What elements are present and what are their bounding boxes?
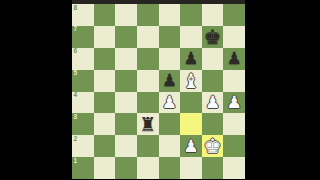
square-b2[interactable] [94, 135, 116, 157]
square-c4[interactable] [115, 92, 137, 114]
square-a6[interactable]: 6 [72, 48, 94, 70]
square-a3[interactable]: 3 [72, 113, 94, 135]
white-pawn-piece[interactable]: ♟ [227, 93, 242, 110]
square-h7[interactable] [223, 26, 245, 48]
square-g1[interactable] [202, 157, 224, 179]
square-e1[interactable] [159, 157, 181, 179]
square-a2[interactable]: 2 [72, 135, 94, 157]
square-e5[interactable]: ♟ [159, 70, 181, 92]
square-a1[interactable]: 1 [72, 157, 94, 179]
black-king-piece[interactable]: ♚ [204, 26, 222, 46]
square-g3[interactable] [202, 113, 224, 135]
square-h5[interactable] [223, 70, 245, 92]
black-rook-piece[interactable]: ♜ [139, 114, 156, 133]
video-frame: 87♚6♟♟5♟♝4♟♟♟3♜2♟♚1 [0, 0, 320, 180]
square-f2[interactable]: ♟ [180, 135, 202, 157]
rank-label-2: 2 [74, 136, 78, 143]
square-g4[interactable]: ♟ [202, 92, 224, 114]
rank-label-7: 7 [74, 26, 78, 33]
square-e4[interactable]: ♟ [159, 92, 181, 114]
white-pawn-piece[interactable]: ♟ [183, 137, 198, 154]
square-h3[interactable] [223, 113, 245, 135]
rank-label-8: 8 [74, 5, 78, 12]
square-b8[interactable] [94, 4, 116, 26]
chess-board: 87♚6♟♟5♟♝4♟♟♟3♜2♟♚1 [72, 4, 245, 179]
square-c2[interactable] [115, 135, 137, 157]
square-g8[interactable] [202, 4, 224, 26]
square-d7[interactable] [137, 26, 159, 48]
square-a5[interactable]: 5 [72, 70, 94, 92]
square-b3[interactable] [94, 113, 116, 135]
square-f5[interactable]: ♝ [180, 70, 202, 92]
rank-label-1: 1 [74, 158, 78, 165]
square-b6[interactable] [94, 48, 116, 70]
square-g7[interactable]: ♚ [202, 26, 224, 48]
square-f8[interactable] [180, 4, 202, 26]
square-d2[interactable] [137, 135, 159, 157]
square-c8[interactable] [115, 4, 137, 26]
square-e8[interactable] [159, 4, 181, 26]
square-e7[interactable] [159, 26, 181, 48]
square-b7[interactable] [94, 26, 116, 48]
square-d3[interactable]: ♜ [137, 113, 159, 135]
square-h2[interactable] [223, 135, 245, 157]
square-f3[interactable] [180, 113, 202, 135]
black-pawn-piece[interactable]: ♟ [227, 50, 242, 67]
square-e2[interactable] [159, 135, 181, 157]
square-d5[interactable] [137, 70, 159, 92]
square-f7[interactable] [180, 26, 202, 48]
square-g5[interactable] [202, 70, 224, 92]
square-f1[interactable] [180, 157, 202, 179]
square-f4[interactable] [180, 92, 202, 114]
square-c5[interactable] [115, 70, 137, 92]
square-f6[interactable]: ♟ [180, 48, 202, 70]
square-a7[interactable]: 7 [72, 26, 94, 48]
square-b1[interactable] [94, 157, 116, 179]
square-c1[interactable] [115, 157, 137, 179]
white-king-piece[interactable]: ♚ [204, 136, 222, 156]
square-b5[interactable] [94, 70, 116, 92]
square-g6[interactable] [202, 48, 224, 70]
square-c6[interactable] [115, 48, 137, 70]
square-d4[interactable] [137, 92, 159, 114]
rank-label-5: 5 [74, 70, 78, 77]
rank-label-4: 4 [74, 92, 78, 99]
square-d6[interactable] [137, 48, 159, 70]
square-d8[interactable] [137, 4, 159, 26]
square-a4[interactable]: 4 [72, 92, 94, 114]
square-h8[interactable] [223, 4, 245, 26]
rank-label-6: 6 [74, 48, 78, 55]
square-e3[interactable] [159, 113, 181, 135]
square-e6[interactable] [159, 48, 181, 70]
black-pawn-piece[interactable]: ♟ [183, 50, 198, 67]
black-pawn-piece[interactable]: ♟ [162, 72, 177, 89]
square-d1[interactable] [137, 157, 159, 179]
square-c3[interactable] [115, 113, 137, 135]
white-pawn-piece[interactable]: ♟ [162, 93, 177, 110]
square-h4[interactable]: ♟ [223, 92, 245, 114]
square-a8[interactable]: 8 [72, 4, 94, 26]
square-h6[interactable]: ♟ [223, 48, 245, 70]
rank-label-3: 3 [74, 114, 78, 121]
square-c7[interactable] [115, 26, 137, 48]
white-pawn-piece[interactable]: ♟ [205, 93, 220, 110]
square-h1[interactable] [223, 157, 245, 179]
square-b4[interactable] [94, 92, 116, 114]
square-g2[interactable]: ♚ [202, 135, 224, 157]
white-bishop-piece[interactable]: ♝ [182, 70, 200, 90]
